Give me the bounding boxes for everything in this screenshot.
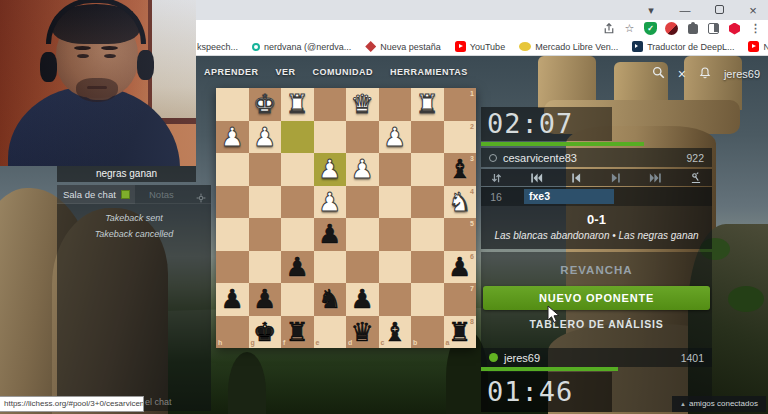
- rank-label: 5: [470, 220, 474, 227]
- square-a3[interactable]: ♝3: [444, 153, 477, 186]
- reading-list-icon[interactable]: [707, 22, 720, 35]
- player-time-bar: [481, 367, 618, 371]
- chat-messages: Takeback sentTakeback cancelled: [57, 204, 211, 242]
- square-d3[interactable]: ♟: [346, 153, 379, 186]
- black-pawn[interactable]: ♟: [281, 251, 314, 284]
- rank-label: 4: [470, 188, 474, 195]
- extensions-puzzle-icon[interactable]: [686, 22, 699, 35]
- site-nav: APRENDERVERCOMUNIDADHERRAMIENTAS: [204, 67, 468, 77]
- square-d5[interactable]: [346, 218, 379, 251]
- kebab-menu-icon[interactable]: ⋮: [749, 22, 762, 35]
- chat-message: Takeback sent: [57, 210, 211, 226]
- rank-label: 2: [470, 123, 474, 130]
- rematch-button[interactable]: REVANCHA: [481, 264, 712, 276]
- white-pawn[interactable]: ♟: [379, 121, 412, 154]
- file-label: g: [251, 339, 255, 346]
- adblock-icon[interactable]: [665, 22, 678, 35]
- flip-board-icon[interactable]: [491, 172, 502, 184]
- square-h2[interactable]: ♟: [216, 121, 249, 154]
- player-name: jeres69: [504, 352, 540, 364]
- file-label: b: [413, 339, 417, 346]
- square-f5[interactable]: [281, 218, 314, 251]
- square-d4[interactable]: [346, 186, 379, 219]
- square-d2[interactable]: [346, 121, 379, 154]
- file-label: e: [316, 339, 320, 346]
- bookmark-item[interactable]: YouTube: [455, 41, 505, 52]
- online-status-icon: [489, 353, 498, 362]
- rank-label: 7: [470, 285, 474, 292]
- square-g2[interactable]: ♟: [249, 121, 282, 154]
- square-e1[interactable]: [314, 88, 347, 121]
- square-c1[interactable]: [379, 88, 412, 121]
- result-score: 0-1: [481, 212, 712, 227]
- chat-settings-gear-icon[interactable]: [196, 189, 206, 207]
- square-e2[interactable]: [314, 121, 347, 154]
- square-e6[interactable]: [314, 251, 347, 284]
- black-pawn[interactable]: ♟: [346, 283, 379, 316]
- search-icon[interactable]: [652, 65, 665, 83]
- file-label: f: [283, 339, 285, 346]
- square-e7[interactable]: ♞: [314, 283, 347, 316]
- player-rating: 1401: [681, 352, 704, 364]
- webcam-video: [0, 0, 196, 166]
- square-b1[interactable]: ♜: [411, 88, 444, 121]
- square-g7[interactable]: ♟: [249, 283, 282, 316]
- tab-search-chevron-icon[interactable]: ▾: [644, 4, 658, 17]
- file-label: c: [381, 339, 385, 346]
- square-h5[interactable]: [216, 218, 249, 251]
- webcam-screen-glow: [0, 0, 196, 166]
- bookmark-label: Nueva pestaña: [380, 42, 441, 52]
- rank-label: 6: [470, 253, 474, 260]
- file-label: h: [218, 339, 222, 346]
- hive-extension-icon[interactable]: [728, 22, 741, 35]
- square-a6[interactable]: ♟6: [444, 251, 477, 284]
- background-foliage: [728, 286, 764, 312]
- square-h6[interactable]: [216, 251, 249, 284]
- friends-online-label: amigos conectados: [689, 399, 758, 408]
- black-knight[interactable]: ♞: [314, 283, 347, 316]
- bookmark-item[interactable]: Mercado Libre Ven...: [519, 42, 618, 52]
- header-username[interactable]: jeres69: [724, 68, 760, 80]
- square-c7[interactable]: [379, 283, 412, 316]
- next-move-icon[interactable]: [610, 172, 622, 184]
- square-e3[interactable]: ♟: [314, 153, 347, 186]
- player-clock: 01:46: [481, 372, 612, 412]
- square-f3[interactable]: [281, 153, 314, 186]
- chat-tabs: Sala de chat Notas: [57, 185, 211, 204]
- bookmark-label: YouTube: [470, 42, 505, 52]
- shield-check-icon[interactable]: ✓: [644, 22, 657, 35]
- white-pawn[interactable]: ♟: [216, 121, 249, 154]
- square-c8[interactable]: ♝c: [379, 316, 412, 349]
- opponent-time-bar: [481, 142, 644, 146]
- stream-status-caption: negras ganan: [57, 166, 196, 182]
- white-pawn[interactable]: ♟: [314, 186, 347, 219]
- square-g4[interactable]: [249, 186, 282, 219]
- square-e5[interactable]: ♟: [314, 218, 347, 251]
- restore-button[interactable]: [712, 4, 726, 16]
- square-g6[interactable]: [249, 251, 282, 284]
- square-d7[interactable]: ♟: [346, 283, 379, 316]
- chat-toggle[interactable]: [121, 190, 130, 199]
- square-b5[interactable]: [411, 218, 444, 251]
- bookmark-label: nerdvana (@nerdva...: [264, 42, 351, 52]
- square-f2[interactable]: [281, 121, 314, 154]
- nav-item-aprender[interactable]: APRENDER: [204, 67, 259, 77]
- minimize-button[interactable]: —: [678, 4, 692, 16]
- youtube-favicon: [748, 41, 759, 52]
- square-d8[interactable]: ♛d: [346, 316, 379, 349]
- square-a7[interactable]: 7: [444, 283, 477, 316]
- bell-icon[interactable]: [699, 65, 711, 83]
- last-move-icon[interactable]: [649, 172, 662, 184]
- close-icon[interactable]: ×: [678, 68, 686, 81]
- chess-board: ♚♜♛♜1♟♟♟2♟♟♝3♟♞4♟5♟♟6♟♟♞♟7h♚g♜fe♛d♝cb♜8a: [216, 88, 476, 348]
- bookmark-item[interactable]: Nueva pestaña: [365, 41, 441, 52]
- nav-item-ver[interactable]: VER: [276, 67, 296, 77]
- first-move-icon[interactable]: [530, 172, 543, 184]
- square-g1[interactable]: ♚: [249, 88, 282, 121]
- bookmark-item[interactable]: kspeech...: [197, 41, 238, 52]
- opponent-player-row[interactable]: cesarvicente83 922: [481, 148, 712, 167]
- file-label: d: [348, 339, 352, 346]
- square-g8[interactable]: ♚g: [249, 316, 282, 349]
- square-a4[interactable]: ♞4: [444, 186, 477, 219]
- square-a1[interactable]: 1: [444, 88, 477, 121]
- chat-panel: Sala de chat Notas Takeback sentTakeback…: [57, 185, 211, 411]
- bookmark-label: kspeech...: [197, 42, 238, 52]
- friends-online-bar[interactable]: ▲amigos conectados: [672, 396, 766, 412]
- triangle-up-icon: ▲: [680, 401, 686, 407]
- rank-label: 8: [470, 318, 474, 325]
- result-block: 0-1 Las blancas abandonaron • Las negras…: [481, 206, 712, 249]
- player-row[interactable]: jeres69 1401: [481, 348, 712, 367]
- bookmark-label: Mercado Libre Ven...: [535, 42, 618, 52]
- square-b4[interactable]: [411, 186, 444, 219]
- white-king[interactable]: ♚: [249, 88, 282, 121]
- black-rook[interactable]: ♜: [281, 316, 314, 349]
- black-pawn[interactable]: ♟: [216, 283, 249, 316]
- restore-icon: [715, 5, 724, 14]
- square-h4[interactable]: [216, 186, 249, 219]
- square-c6[interactable]: [379, 251, 412, 284]
- square-c4[interactable]: [379, 186, 412, 219]
- square-c2[interactable]: ♟: [379, 121, 412, 154]
- square-b8[interactable]: b: [411, 316, 444, 349]
- opponent-rating: 922: [686, 152, 704, 164]
- nav-item-comunidad[interactable]: COMUNIDAD: [313, 67, 374, 77]
- move-number: 16: [481, 191, 511, 203]
- square-f4[interactable]: [281, 186, 314, 219]
- previous-move-icon[interactable]: [570, 172, 582, 184]
- bookmark-star-icon[interactable]: ☆: [623, 22, 636, 35]
- square-h7[interactable]: ♟: [216, 283, 249, 316]
- square-f1[interactable]: ♜: [281, 88, 314, 121]
- white-rook[interactable]: ♜: [411, 88, 444, 121]
- move-controls: [481, 169, 712, 186]
- square-c5[interactable]: [379, 218, 412, 251]
- analysis-board-button[interactable]: TABLERO DE ANÁLISIS: [481, 318, 712, 330]
- square-e8[interactable]: e: [314, 316, 347, 349]
- rank-label: 1: [470, 90, 474, 97]
- close-window-button[interactable]: ×: [746, 3, 760, 18]
- square-e4[interactable]: ♟: [314, 186, 347, 219]
- bookmark-item[interactable]: NUEVA PÁGINA WE...: [748, 41, 768, 52]
- square-d1[interactable]: ♛: [346, 88, 379, 121]
- file-label: a: [446, 339, 450, 346]
- square-a8[interactable]: ♜8a: [444, 316, 477, 349]
- white-queen[interactable]: ♛: [346, 88, 379, 121]
- square-b3[interactable]: [411, 153, 444, 186]
- square-f7[interactable]: [281, 283, 314, 316]
- bookmark-item[interactable]: nerdvana (@nerdva...: [252, 42, 351, 52]
- square-f8[interactable]: ♜f: [281, 316, 314, 349]
- square-g3[interactable]: [249, 153, 282, 186]
- move-list-row: 16 fxe3: [481, 187, 712, 206]
- deepl-blue-favicon: [632, 41, 643, 52]
- square-h8[interactable]: h: [216, 316, 249, 349]
- bookmark-item[interactable]: Traductor de DeepL...: [632, 41, 734, 52]
- square-b7[interactable]: [411, 283, 444, 316]
- offline-status-icon: [489, 154, 497, 162]
- white-pawn[interactable]: ♟: [249, 121, 282, 154]
- white-rook[interactable]: ♜: [281, 88, 314, 121]
- black-pawn[interactable]: ♟: [249, 283, 282, 316]
- rank-label: 3: [470, 155, 474, 162]
- gold-oval-favicon: [519, 42, 531, 51]
- new-opponent-button[interactable]: NUEVO OPONENTE: [483, 286, 710, 310]
- black-pawn[interactable]: ♟: [314, 218, 347, 251]
- square-g5[interactable]: [249, 218, 282, 251]
- share-icon[interactable]: [602, 22, 615, 35]
- square-f6[interactable]: ♟: [281, 251, 314, 284]
- screen: ▾ — × ☆ ✓ ⋮ kspeech...nerdvana (@nerdva.…: [0, 0, 768, 414]
- chat-tab-notes[interactable]: Notas: [149, 185, 174, 204]
- last-move-san[interactable]: fxe3: [524, 189, 614, 204]
- square-a5[interactable]: 5: [444, 218, 477, 251]
- chat-input-placeholder: el chat: [145, 397, 172, 407]
- analysis-icon[interactable]: [690, 172, 702, 184]
- chat-message: Takeback cancelled: [57, 226, 211, 242]
- square-h1[interactable]: [216, 88, 249, 121]
- square-h3[interactable]: [216, 153, 249, 186]
- square-a2[interactable]: 2: [444, 121, 477, 154]
- square-b6[interactable]: [411, 251, 444, 284]
- youtube-favicon: [455, 41, 466, 52]
- square-d6[interactable]: [346, 251, 379, 284]
- result-text: Las blancas abandonaron • Las negras gan…: [481, 230, 712, 241]
- opponent-clock: 02:07: [481, 107, 612, 141]
- status-url-tooltip: https://lichess.org/#pool/3+0/cesarvicen…: [0, 396, 144, 412]
- square-b2[interactable]: [411, 121, 444, 154]
- mouse-cursor: [546, 305, 561, 329]
- white-pawn[interactable]: ♟: [346, 153, 379, 186]
- white-pawn[interactable]: ♟: [314, 153, 347, 186]
- red-pinwheel-favicon: [365, 41, 376, 52]
- square-c3[interactable]: [379, 153, 412, 186]
- teal-ring-favicon: [252, 43, 260, 51]
- opponent-name: cesarvicente83: [503, 152, 577, 164]
- bookmark-label: Traductor de DeepL...: [647, 42, 734, 52]
- nav-item-herramientas[interactable]: HERRAMIENTAS: [390, 67, 468, 77]
- bookmark-label: NUEVA PÁGINA WE...: [763, 42, 768, 52]
- game-panel: 02:07 cesarvicente83 922 16 fxe3 0-1 Las…: [481, 107, 712, 412]
